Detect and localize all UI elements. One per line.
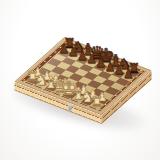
product-photo: ♜♞♝♛♚♝♞♜♟♟♟♟♟♟♟♟♟♟♟♟♟♟♟♟♜♞♝♛♚♝♞♜ (0, 0, 160, 160)
piece-black-pawn: ♟ (123, 68, 134, 80)
pieces-layer: ♜♞♝♛♚♝♞♜♟♟♟♟♟♟♟♟♟♟♟♟♟♟♟♟♜♞♝♛♚♝♞♜ (0, 0, 160, 160)
piece-white-rook: ♜ (91, 95, 103, 109)
